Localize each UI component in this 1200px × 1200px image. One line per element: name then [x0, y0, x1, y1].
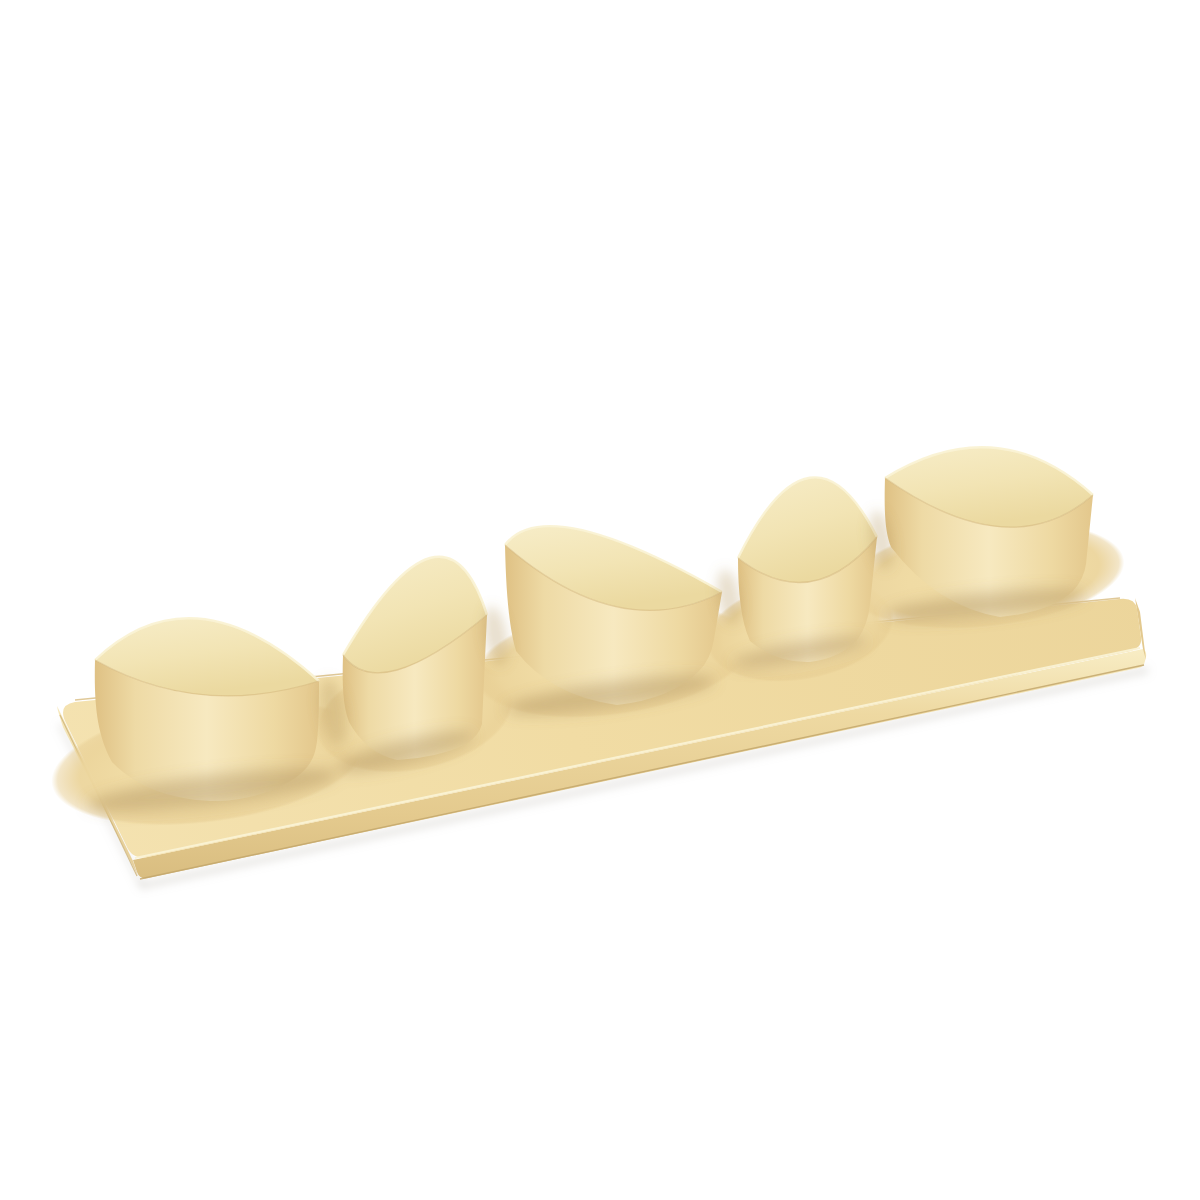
display-stand-illustration — [0, 0, 1200, 1200]
pedestal-4 — [738, 477, 877, 662]
photo-canvas — [0, 0, 1200, 1200]
pedestal-2 — [343, 557, 487, 760]
